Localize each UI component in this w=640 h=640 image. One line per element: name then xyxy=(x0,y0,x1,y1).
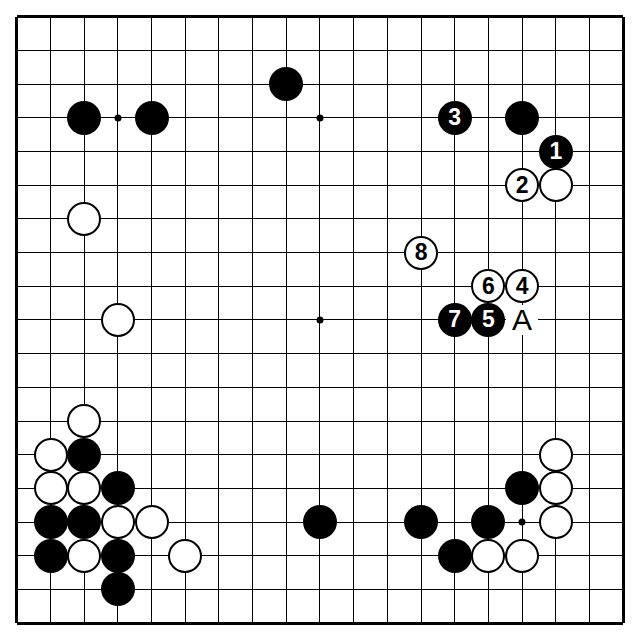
intersection-10-1[interactable] xyxy=(337,34,371,68)
intersection-12-7[interactable]: 8 xyxy=(404,236,438,270)
intersection-2-17[interactable] xyxy=(67,573,101,607)
intersection-4-7[interactable] xyxy=(135,236,169,270)
intersection-8-13[interactable] xyxy=(269,438,303,472)
intersection-11-11[interactable] xyxy=(371,371,405,405)
intersection-6-3[interactable] xyxy=(202,101,236,135)
intersection-4-15[interactable] xyxy=(135,505,169,539)
intersection-3-18[interactable] xyxy=(101,606,135,640)
intersection-7-11[interactable] xyxy=(236,371,270,405)
intersection-16-16[interactable] xyxy=(539,539,573,573)
intersection-0-13[interactable] xyxy=(0,438,34,472)
intersection-12-6[interactable] xyxy=(404,202,438,236)
intersection-5-2[interactable] xyxy=(168,67,202,101)
intersection-3-4[interactable] xyxy=(101,135,135,169)
intersection-18-4[interactable] xyxy=(606,135,640,169)
intersection-11-4[interactable] xyxy=(371,135,405,169)
intersection-16-14[interactable] xyxy=(539,472,573,506)
intersection-7-16[interactable] xyxy=(236,539,270,573)
intersection-6-6[interactable] xyxy=(202,202,236,236)
intersection-14-2[interactable] xyxy=(472,67,506,101)
intersection-0-10[interactable] xyxy=(0,337,34,371)
intersection-18-10[interactable] xyxy=(606,337,640,371)
intersection-4-5[interactable] xyxy=(135,168,169,202)
intersection-7-3[interactable] xyxy=(236,101,270,135)
intersection-8-2[interactable] xyxy=(269,67,303,101)
intersection-9-5[interactable] xyxy=(303,168,337,202)
intersection-3-0[interactable] xyxy=(101,0,135,34)
intersection-6-13[interactable] xyxy=(202,438,236,472)
intersection-9-10[interactable] xyxy=(303,337,337,371)
intersection-10-12[interactable] xyxy=(337,404,371,438)
intersection-3-3[interactable] xyxy=(101,101,135,135)
intersection-15-10[interactable] xyxy=(505,337,539,371)
intersection-3-11[interactable] xyxy=(101,371,135,405)
intersection-1-4[interactable] xyxy=(34,135,68,169)
intersection-18-3[interactable] xyxy=(606,101,640,135)
intersection-10-15[interactable] xyxy=(337,505,371,539)
intersection-17-8[interactable] xyxy=(573,269,607,303)
intersection-11-8[interactable] xyxy=(371,269,405,303)
intersection-5-4[interactable] xyxy=(168,135,202,169)
intersection-18-18[interactable] xyxy=(606,606,640,640)
intersection-18-17[interactable] xyxy=(606,573,640,607)
intersection-0-8[interactable] xyxy=(0,269,34,303)
intersection-9-11[interactable] xyxy=(303,371,337,405)
intersection-12-8[interactable] xyxy=(404,269,438,303)
intersection-9-1[interactable] xyxy=(303,34,337,68)
intersection-11-16[interactable] xyxy=(371,539,405,573)
intersection-1-5[interactable] xyxy=(34,168,68,202)
intersection-3-13[interactable] xyxy=(101,438,135,472)
intersection-9-0[interactable] xyxy=(303,0,337,34)
intersection-17-17[interactable] xyxy=(573,573,607,607)
intersection-10-4[interactable] xyxy=(337,135,371,169)
intersection-8-11[interactable] xyxy=(269,371,303,405)
intersection-2-15[interactable] xyxy=(67,505,101,539)
intersection-4-1[interactable] xyxy=(135,34,169,68)
intersection-15-0[interactable] xyxy=(505,0,539,34)
intersection-17-10[interactable] xyxy=(573,337,607,371)
intersection-12-16[interactable] xyxy=(404,539,438,573)
intersection-15-2[interactable] xyxy=(505,67,539,101)
intersection-7-4[interactable] xyxy=(236,135,270,169)
intersection-14-0[interactable] xyxy=(472,0,506,34)
intersection-15-13[interactable] xyxy=(505,438,539,472)
intersection-2-0[interactable] xyxy=(67,0,101,34)
intersection-15-1[interactable] xyxy=(505,34,539,68)
intersection-10-8[interactable] xyxy=(337,269,371,303)
intersection-16-1[interactable] xyxy=(539,34,573,68)
intersection-6-14[interactable] xyxy=(202,472,236,506)
intersection-18-8[interactable] xyxy=(606,269,640,303)
intersection-14-10[interactable] xyxy=(472,337,506,371)
intersection-5-16[interactable] xyxy=(168,539,202,573)
intersection-4-11[interactable] xyxy=(135,371,169,405)
intersection-3-15[interactable] xyxy=(101,505,135,539)
intersection-16-13[interactable] xyxy=(539,438,573,472)
intersection-1-7[interactable] xyxy=(34,236,68,270)
intersection-12-14[interactable] xyxy=(404,472,438,506)
intersection-3-5[interactable] xyxy=(101,168,135,202)
intersection-16-18[interactable] xyxy=(539,606,573,640)
intersection-14-5[interactable] xyxy=(472,168,506,202)
intersection-18-16[interactable] xyxy=(606,539,640,573)
intersection-9-8[interactable] xyxy=(303,269,337,303)
intersection-3-8[interactable] xyxy=(101,269,135,303)
intersection-15-14[interactable] xyxy=(505,472,539,506)
intersection-8-9[interactable] xyxy=(269,303,303,337)
intersection-8-16[interactable] xyxy=(269,539,303,573)
intersection-7-12[interactable] xyxy=(236,404,270,438)
intersection-12-10[interactable] xyxy=(404,337,438,371)
intersection-7-15[interactable] xyxy=(236,505,270,539)
intersection-8-0[interactable] xyxy=(269,0,303,34)
intersection-12-0[interactable] xyxy=(404,0,438,34)
intersection-15-18[interactable] xyxy=(505,606,539,640)
intersection-14-17[interactable] xyxy=(472,573,506,607)
intersection-3-6[interactable] xyxy=(101,202,135,236)
intersection-13-14[interactable] xyxy=(438,472,472,506)
intersection-4-4[interactable] xyxy=(135,135,169,169)
intersection-1-13[interactable] xyxy=(34,438,68,472)
intersection-4-14[interactable] xyxy=(135,472,169,506)
intersection-16-5[interactable] xyxy=(539,168,573,202)
intersection-17-9[interactable] xyxy=(573,303,607,337)
intersection-15-8[interactable]: 4 xyxy=(505,269,539,303)
intersection-18-14[interactable] xyxy=(606,472,640,506)
intersection-3-17[interactable] xyxy=(101,573,135,607)
intersection-14-8[interactable]: 6 xyxy=(472,269,506,303)
intersection-17-13[interactable] xyxy=(573,438,607,472)
intersection-10-13[interactable] xyxy=(337,438,371,472)
intersection-5-11[interactable] xyxy=(168,371,202,405)
intersection-0-16[interactable] xyxy=(0,539,34,573)
intersection-15-7[interactable] xyxy=(505,236,539,270)
intersection-11-0[interactable] xyxy=(371,0,405,34)
intersection-11-17[interactable] xyxy=(371,573,405,607)
intersection-0-12[interactable] xyxy=(0,404,34,438)
intersection-10-2[interactable] xyxy=(337,67,371,101)
intersection-13-1[interactable] xyxy=(438,34,472,68)
intersection-2-16[interactable] xyxy=(67,539,101,573)
intersection-7-8[interactable] xyxy=(236,269,270,303)
intersection-5-8[interactable] xyxy=(168,269,202,303)
intersection-9-9[interactable] xyxy=(303,303,337,337)
intersection-1-6[interactable] xyxy=(34,202,68,236)
intersection-1-16[interactable] xyxy=(34,539,68,573)
intersection-16-4[interactable]: 1 xyxy=(539,135,573,169)
intersection-2-4[interactable] xyxy=(67,135,101,169)
intersection-0-7[interactable] xyxy=(0,236,34,270)
intersection-5-0[interactable] xyxy=(168,0,202,34)
intersection-4-8[interactable] xyxy=(135,269,169,303)
intersection-0-4[interactable] xyxy=(0,135,34,169)
intersection-16-3[interactable] xyxy=(539,101,573,135)
intersection-10-6[interactable] xyxy=(337,202,371,236)
intersection-4-18[interactable] xyxy=(135,606,169,640)
intersection-1-9[interactable] xyxy=(34,303,68,337)
intersection-13-5[interactable] xyxy=(438,168,472,202)
intersection-11-18[interactable] xyxy=(371,606,405,640)
intersection-14-16[interactable] xyxy=(472,539,506,573)
intersection-0-14[interactable] xyxy=(0,472,34,506)
intersection-4-10[interactable] xyxy=(135,337,169,371)
intersection-6-7[interactable] xyxy=(202,236,236,270)
intersection-11-12[interactable] xyxy=(371,404,405,438)
intersection-9-18[interactable] xyxy=(303,606,337,640)
intersection-12-15[interactable] xyxy=(404,505,438,539)
intersection-1-2[interactable] xyxy=(34,67,68,101)
intersection-10-7[interactable] xyxy=(337,236,371,270)
intersection-16-11[interactable] xyxy=(539,371,573,405)
intersection-9-6[interactable] xyxy=(303,202,337,236)
intersection-1-18[interactable] xyxy=(34,606,68,640)
intersection-8-3[interactable] xyxy=(269,101,303,135)
intersection-14-9[interactable]: 5 xyxy=(472,303,506,337)
intersection-13-12[interactable] xyxy=(438,404,472,438)
intersection-16-6[interactable] xyxy=(539,202,573,236)
intersection-7-9[interactable] xyxy=(236,303,270,337)
intersection-18-7[interactable] xyxy=(606,236,640,270)
intersection-12-11[interactable] xyxy=(404,371,438,405)
intersection-10-18[interactable] xyxy=(337,606,371,640)
intersection-7-5[interactable] xyxy=(236,168,270,202)
intersection-4-0[interactable] xyxy=(135,0,169,34)
intersection-5-1[interactable] xyxy=(168,34,202,68)
intersection-1-0[interactable] xyxy=(34,0,68,34)
intersection-11-15[interactable] xyxy=(371,505,405,539)
intersection-7-17[interactable] xyxy=(236,573,270,607)
intersection-18-1[interactable] xyxy=(606,34,640,68)
intersection-12-18[interactable] xyxy=(404,606,438,640)
intersection-9-14[interactable] xyxy=(303,472,337,506)
intersection-15-12[interactable] xyxy=(505,404,539,438)
intersection-17-7[interactable] xyxy=(573,236,607,270)
intersection-9-15[interactable] xyxy=(303,505,337,539)
intersection-16-0[interactable] xyxy=(539,0,573,34)
intersection-13-13[interactable] xyxy=(438,438,472,472)
intersection-2-7[interactable] xyxy=(67,236,101,270)
intersection-5-17[interactable] xyxy=(168,573,202,607)
intersection-0-18[interactable] xyxy=(0,606,34,640)
intersection-0-6[interactable] xyxy=(0,202,34,236)
intersection-1-8[interactable] xyxy=(34,269,68,303)
intersection-18-2[interactable] xyxy=(606,67,640,101)
intersection-12-4[interactable] xyxy=(404,135,438,169)
intersection-8-4[interactable] xyxy=(269,135,303,169)
intersection-9-7[interactable] xyxy=(303,236,337,270)
intersection-16-9[interactable] xyxy=(539,303,573,337)
intersection-18-6[interactable] xyxy=(606,202,640,236)
intersection-2-8[interactable] xyxy=(67,269,101,303)
intersection-2-14[interactable] xyxy=(67,472,101,506)
intersection-17-15[interactable] xyxy=(573,505,607,539)
intersection-18-11[interactable] xyxy=(606,371,640,405)
intersection-16-10[interactable] xyxy=(539,337,573,371)
intersection-11-13[interactable] xyxy=(371,438,405,472)
intersection-0-15[interactable] xyxy=(0,505,34,539)
intersection-7-14[interactable] xyxy=(236,472,270,506)
intersection-15-17[interactable] xyxy=(505,573,539,607)
intersection-1-15[interactable] xyxy=(34,505,68,539)
intersection-2-13[interactable] xyxy=(67,438,101,472)
intersection-13-7[interactable] xyxy=(438,236,472,270)
intersection-11-5[interactable] xyxy=(371,168,405,202)
intersection-13-18[interactable] xyxy=(438,606,472,640)
intersection-4-6[interactable] xyxy=(135,202,169,236)
intersection-6-15[interactable] xyxy=(202,505,236,539)
intersection-11-7[interactable] xyxy=(371,236,405,270)
intersection-2-3[interactable] xyxy=(67,101,101,135)
intersection-12-5[interactable] xyxy=(404,168,438,202)
intersection-6-8[interactable] xyxy=(202,269,236,303)
intersection-6-16[interactable] xyxy=(202,539,236,573)
intersection-8-14[interactable] xyxy=(269,472,303,506)
intersection-4-13[interactable] xyxy=(135,438,169,472)
intersection-15-9[interactable]: A xyxy=(505,303,539,337)
intersection-13-4[interactable] xyxy=(438,135,472,169)
intersection-17-2[interactable] xyxy=(573,67,607,101)
intersection-18-12[interactable] xyxy=(606,404,640,438)
intersection-4-2[interactable] xyxy=(135,67,169,101)
intersection-3-9[interactable] xyxy=(101,303,135,337)
intersection-13-11[interactable] xyxy=(438,371,472,405)
intersection-8-6[interactable] xyxy=(269,202,303,236)
intersection-14-11[interactable] xyxy=(472,371,506,405)
intersection-6-4[interactable] xyxy=(202,135,236,169)
intersection-14-12[interactable] xyxy=(472,404,506,438)
intersection-18-0[interactable] xyxy=(606,0,640,34)
intersection-9-16[interactable] xyxy=(303,539,337,573)
intersection-12-12[interactable] xyxy=(404,404,438,438)
intersection-8-18[interactable] xyxy=(269,606,303,640)
intersection-3-16[interactable] xyxy=(101,539,135,573)
intersection-0-17[interactable] xyxy=(0,573,34,607)
intersection-5-14[interactable] xyxy=(168,472,202,506)
intersection-12-17[interactable] xyxy=(404,573,438,607)
intersection-5-5[interactable] xyxy=(168,168,202,202)
intersection-5-7[interactable] xyxy=(168,236,202,270)
intersection-13-10[interactable] xyxy=(438,337,472,371)
intersection-2-18[interactable] xyxy=(67,606,101,640)
intersection-15-11[interactable] xyxy=(505,371,539,405)
intersection-2-10[interactable] xyxy=(67,337,101,371)
intersection-5-15[interactable] xyxy=(168,505,202,539)
intersection-1-14[interactable] xyxy=(34,472,68,506)
intersection-0-1[interactable] xyxy=(0,34,34,68)
intersection-8-8[interactable] xyxy=(269,269,303,303)
intersection-16-17[interactable] xyxy=(539,573,573,607)
intersection-16-2[interactable] xyxy=(539,67,573,101)
intersection-15-16[interactable] xyxy=(505,539,539,573)
intersection-15-5[interactable]: 2 xyxy=(505,168,539,202)
intersection-5-6[interactable] xyxy=(168,202,202,236)
intersection-15-15[interactable] xyxy=(505,505,539,539)
intersection-12-2[interactable] xyxy=(404,67,438,101)
intersection-13-3[interactable]: 3 xyxy=(438,101,472,135)
intersection-18-9[interactable] xyxy=(606,303,640,337)
intersection-17-3[interactable] xyxy=(573,101,607,135)
intersection-6-17[interactable] xyxy=(202,573,236,607)
intersection-7-10[interactable] xyxy=(236,337,270,371)
intersection-17-18[interactable] xyxy=(573,606,607,640)
intersection-14-7[interactable] xyxy=(472,236,506,270)
intersection-14-4[interactable] xyxy=(472,135,506,169)
intersection-10-5[interactable] xyxy=(337,168,371,202)
intersection-5-18[interactable] xyxy=(168,606,202,640)
intersection-8-17[interactable] xyxy=(269,573,303,607)
intersection-13-6[interactable] xyxy=(438,202,472,236)
intersection-4-12[interactable] xyxy=(135,404,169,438)
intersection-9-13[interactable] xyxy=(303,438,337,472)
intersection-16-8[interactable] xyxy=(539,269,573,303)
intersection-2-9[interactable] xyxy=(67,303,101,337)
intersection-1-10[interactable] xyxy=(34,337,68,371)
intersection-17-14[interactable] xyxy=(573,472,607,506)
intersection-11-14[interactable] xyxy=(371,472,405,506)
intersection-13-16[interactable] xyxy=(438,539,472,573)
intersection-16-15[interactable] xyxy=(539,505,573,539)
intersection-2-1[interactable] xyxy=(67,34,101,68)
intersection-7-7[interactable] xyxy=(236,236,270,270)
intersection-18-13[interactable] xyxy=(606,438,640,472)
intersection-13-8[interactable] xyxy=(438,269,472,303)
intersection-11-3[interactable] xyxy=(371,101,405,135)
intersection-10-3[interactable] xyxy=(337,101,371,135)
intersection-10-10[interactable] xyxy=(337,337,371,371)
intersection-6-0[interactable] xyxy=(202,0,236,34)
intersection-7-0[interactable] xyxy=(236,0,270,34)
intersection-15-4[interactable] xyxy=(505,135,539,169)
intersection-13-9[interactable]: 7 xyxy=(438,303,472,337)
intersection-12-1[interactable] xyxy=(404,34,438,68)
intersection-1-1[interactable] xyxy=(34,34,68,68)
intersection-0-5[interactable] xyxy=(0,168,34,202)
intersection-5-3[interactable] xyxy=(168,101,202,135)
intersection-12-9[interactable] xyxy=(404,303,438,337)
intersection-8-5[interactable] xyxy=(269,168,303,202)
intersection-9-2[interactable] xyxy=(303,67,337,101)
intersection-14-6[interactable] xyxy=(472,202,506,236)
intersection-10-16[interactable] xyxy=(337,539,371,573)
intersection-2-6[interactable] xyxy=(67,202,101,236)
intersection-4-3[interactable] xyxy=(135,101,169,135)
intersection-17-0[interactable] xyxy=(573,0,607,34)
intersection-11-2[interactable] xyxy=(371,67,405,101)
intersection-14-13[interactable] xyxy=(472,438,506,472)
intersection-17-12[interactable] xyxy=(573,404,607,438)
intersection-6-12[interactable] xyxy=(202,404,236,438)
intersection-10-9[interactable] xyxy=(337,303,371,337)
intersection-8-1[interactable] xyxy=(269,34,303,68)
intersection-13-2[interactable] xyxy=(438,67,472,101)
intersection-2-2[interactable] xyxy=(67,67,101,101)
intersection-4-9[interactable] xyxy=(135,303,169,337)
intersection-10-0[interactable] xyxy=(337,0,371,34)
intersection-11-6[interactable] xyxy=(371,202,405,236)
intersection-7-6[interactable] xyxy=(236,202,270,236)
intersection-6-18[interactable] xyxy=(202,606,236,640)
intersection-1-11[interactable] xyxy=(34,371,68,405)
intersection-4-17[interactable] xyxy=(135,573,169,607)
intersection-0-2[interactable] xyxy=(0,67,34,101)
intersection-0-0[interactable] xyxy=(0,0,34,34)
intersection-8-7[interactable] xyxy=(269,236,303,270)
intersection-6-5[interactable] xyxy=(202,168,236,202)
intersection-1-12[interactable] xyxy=(34,404,68,438)
intersection-6-1[interactable] xyxy=(202,34,236,68)
intersection-7-13[interactable] xyxy=(236,438,270,472)
